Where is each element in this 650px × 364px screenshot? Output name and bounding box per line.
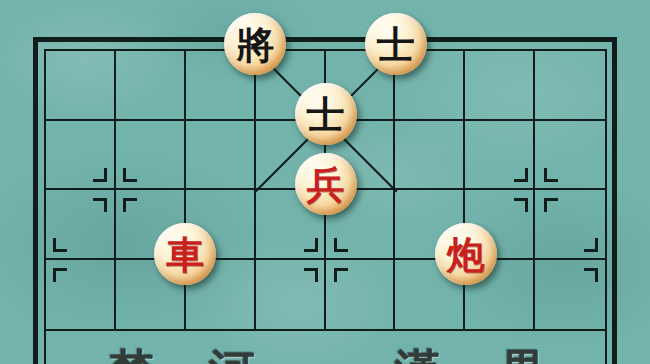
board-cell [535, 190, 605, 260]
board-cell [535, 260, 605, 330]
board-cell [116, 51, 186, 121]
river-text-char: 楚 [107, 341, 155, 364]
piece-red-chariot[interactable]: 車 [154, 223, 216, 285]
piece-red-soldier[interactable]: 兵 [295, 153, 357, 215]
board-cell [186, 121, 256, 191]
board-cell [395, 121, 465, 191]
board-cell [46, 260, 116, 330]
river-text-char: 界 [499, 341, 547, 364]
board-cell [256, 260, 326, 330]
piece-black-advisor-2[interactable]: 士 [295, 83, 357, 145]
piece-black-general[interactable]: 將 [224, 13, 286, 75]
board-cell [46, 51, 116, 121]
piece-glyph: 兵 [307, 166, 345, 204]
board-cell [535, 51, 605, 121]
xiangqi-board-screen: 楚河漢界 將士士兵車炮 [0, 0, 650, 364]
piece-red-cannon[interactable]: 炮 [435, 223, 497, 285]
board-cell [465, 121, 535, 191]
board-cell [465, 51, 535, 121]
piece-glyph: 將 [236, 26, 274, 64]
piece-glyph: 車 [166, 236, 204, 274]
piece-black-advisor-1[interactable]: 士 [365, 13, 427, 75]
river-text-char: 漢 [394, 341, 442, 364]
piece-glyph: 士 [377, 26, 415, 64]
board-cell [535, 121, 605, 191]
piece-glyph: 士 [307, 96, 345, 134]
river-right-edge [605, 330, 607, 364]
board-cell [46, 190, 116, 260]
river-text-char: 河 [208, 341, 256, 364]
board-cell [116, 121, 186, 191]
board-cell [46, 121, 116, 191]
piece-glyph: 炮 [447, 236, 485, 274]
board-cell [326, 260, 396, 330]
river-left-edge [44, 330, 46, 364]
